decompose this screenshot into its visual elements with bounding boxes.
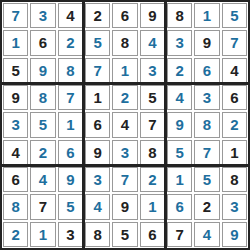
box-divider-horizontal-1 <box>2 82 248 85</box>
sudoku-cell[interactable]: 7 <box>112 167 137 192</box>
sudoku-cell[interactable]: 9 <box>112 194 137 219</box>
sudoku-cell[interactable]: 4 <box>167 85 192 110</box>
sudoku-cell[interactable]: 6 <box>58 140 83 165</box>
sudoku-cell[interactable]: 3 <box>58 222 83 247</box>
box-divider-vertical-2 <box>164 2 167 248</box>
sudoku-cell[interactable]: 6 <box>30 30 55 55</box>
sudoku-cell[interactable]: 1 <box>30 222 55 247</box>
sudoku-cell[interactable]: 1 <box>112 58 137 83</box>
sudoku-cell[interactable]: 1 <box>3 30 28 55</box>
sudoku-cell[interactable]: 3 <box>85 167 110 192</box>
sudoku-cell[interactable]: 8 <box>167 3 192 28</box>
sudoku-cell[interactable]: 5 <box>85 30 110 55</box>
sudoku-cell[interactable]: 6 <box>112 3 137 28</box>
sudoku-cell[interactable]: 7 <box>222 30 247 55</box>
sudoku-cell[interactable]: 7 <box>3 3 28 28</box>
sudoku-cell[interactable]: 1 <box>58 112 83 137</box>
sudoku-cell[interactable]: 7 <box>140 112 165 137</box>
sudoku-cell[interactable]: 9 <box>167 112 192 137</box>
sudoku-cell[interactable]: 9 <box>222 222 247 247</box>
sudoku-cell[interactable]: 5 <box>194 167 219 192</box>
sudoku-cell[interactable]: 7 <box>85 58 110 83</box>
sudoku-cell[interactable]: 9 <box>140 3 165 28</box>
sudoku-cell[interactable]: 5 <box>222 3 247 28</box>
sudoku-cell[interactable]: 9 <box>85 140 110 165</box>
sudoku-cell[interactable]: 3 <box>222 194 247 219</box>
sudoku-cell[interactable]: 2 <box>58 30 83 55</box>
sudoku-cell[interactable]: 4 <box>112 112 137 137</box>
sudoku-cell[interactable]: 6 <box>85 112 110 137</box>
sudoku-cell[interactable]: 2 <box>167 58 192 83</box>
sudoku-cell[interactable]: 2 <box>194 194 219 219</box>
sudoku-cell[interactable]: 8 <box>30 85 55 110</box>
sudoku-cell[interactable]: 3 <box>194 85 219 110</box>
sudoku-cell[interactable]: 1 <box>85 85 110 110</box>
sudoku-cell[interactable]: 4 <box>194 222 219 247</box>
sudoku-cell[interactable]: 8 <box>194 112 219 137</box>
sudoku-cell[interactable]: 3 <box>140 58 165 83</box>
sudoku-cell[interactable]: 5 <box>3 58 28 83</box>
sudoku-cell[interactable]: 5 <box>58 194 83 219</box>
sudoku-cell[interactable]: 2 <box>3 222 28 247</box>
sudoku-cell[interactable]: 8 <box>140 140 165 165</box>
sudoku-cell[interactable]: 1 <box>222 140 247 165</box>
sudoku-cell[interactable]: 7 <box>30 194 55 219</box>
sudoku-cell[interactable]: 3 <box>167 30 192 55</box>
sudoku-cell[interactable]: 2 <box>140 167 165 192</box>
sudoku-cell[interactable]: 8 <box>58 58 83 83</box>
sudoku-cell[interactable]: 9 <box>30 58 55 83</box>
sudoku-cell[interactable]: 8 <box>112 30 137 55</box>
sudoku-cell[interactable]: 6 <box>222 85 247 110</box>
sudoku-cell[interactable]: 4 <box>30 167 55 192</box>
sudoku-cell[interactable]: 1 <box>194 3 219 28</box>
sudoku-cell[interactable]: 8 <box>85 222 110 247</box>
sudoku-cell[interactable]: 4 <box>222 58 247 83</box>
sudoku-cell[interactable]: 4 <box>85 194 110 219</box>
sudoku-cell[interactable]: 4 <box>3 140 28 165</box>
sudoku-cell[interactable]: 5 <box>167 140 192 165</box>
sudoku-cell[interactable]: 3 <box>3 112 28 137</box>
sudoku-cell[interactable]: 4 <box>140 30 165 55</box>
sudoku-cell[interactable]: 2 <box>85 3 110 28</box>
sudoku-cell[interactable]: 9 <box>58 167 83 192</box>
sudoku-cell[interactable]: 2 <box>222 112 247 137</box>
sudoku-cell[interactable]: 6 <box>194 58 219 83</box>
box-divider-horizontal-2 <box>2 164 248 167</box>
sudoku-cell[interactable]: 7 <box>58 85 83 110</box>
sudoku-cell[interactable]: 5 <box>112 222 137 247</box>
sudoku-cell[interactable]: 5 <box>30 112 55 137</box>
sudoku-cell[interactable]: 9 <box>194 30 219 55</box>
sudoku-cell[interactable]: 7 <box>194 140 219 165</box>
sudoku-cell[interactable]: 2 <box>112 85 137 110</box>
sudoku-cell[interactable]: 1 <box>140 194 165 219</box>
sudoku-cell[interactable]: 1 <box>167 167 192 192</box>
sudoku-cell[interactable]: 6 <box>140 222 165 247</box>
sudoku-cell[interactable]: 3 <box>30 3 55 28</box>
sudoku-board: 7342698151625843975987132649871254363516… <box>0 0 250 250</box>
sudoku-cell[interactable]: 6 <box>167 194 192 219</box>
sudoku-cell[interactable]: 8 <box>222 167 247 192</box>
box-divider-vertical-1 <box>82 2 85 248</box>
sudoku-cell[interactable]: 5 <box>140 85 165 110</box>
sudoku-cell[interactable]: 9 <box>3 85 28 110</box>
sudoku-cell[interactable]: 6 <box>3 167 28 192</box>
sudoku-cell[interactable]: 8 <box>3 194 28 219</box>
sudoku-cell[interactable]: 2 <box>30 140 55 165</box>
sudoku-cell[interactable]: 7 <box>167 222 192 247</box>
sudoku-cell[interactable]: 4 <box>58 3 83 28</box>
sudoku-cell[interactable]: 3 <box>112 140 137 165</box>
